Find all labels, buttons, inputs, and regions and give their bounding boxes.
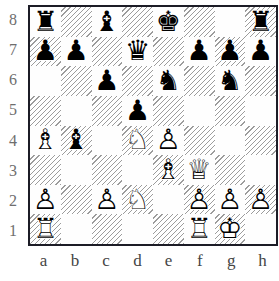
square-e1[interactable] <box>153 214 184 244</box>
white-piece-outline-layer: ♔ <box>217 215 242 243</box>
piece-white-pawn[interactable]: ♟♙ <box>156 126 181 154</box>
white-piece-outline-layer: ♕ <box>187 156 212 184</box>
square-g8[interactable] <box>215 7 246 37</box>
square-d3[interactable] <box>122 155 153 185</box>
square-f1[interactable]: ♜♖ <box>184 214 215 244</box>
piece-white-queen[interactable]: ♛♕ <box>187 156 212 184</box>
square-g6[interactable]: ♞ <box>215 66 246 96</box>
square-c2[interactable]: ♟♙ <box>92 185 123 215</box>
square-c7[interactable] <box>92 37 123 67</box>
square-d1[interactable] <box>122 214 153 244</box>
square-b2[interactable] <box>61 185 92 215</box>
piece-black-queen[interactable]: ♛ <box>125 37 150 65</box>
white-piece-outline-layer: ♖ <box>187 215 212 243</box>
piece-white-pawn[interactable]: ♟♙ <box>187 186 212 214</box>
chess-board: ♜♝♚♜♟♟♛♟♟♟♟♞♞♟♝♗♝♞♘♟♙♝♗♛♕♟♙♟♙♞♘♟♙♟♙♟♙♜♖♜… <box>28 5 278 246</box>
piece-white-pawn[interactable]: ♟♙ <box>33 186 58 214</box>
square-a8[interactable]: ♜ <box>30 7 61 37</box>
square-e8[interactable]: ♚ <box>153 7 184 37</box>
white-piece-outline-layer: ♘ <box>125 186 150 214</box>
piece-white-rook[interactable]: ♜♖ <box>187 215 212 243</box>
square-c8[interactable]: ♝ <box>92 7 123 37</box>
square-d2[interactable]: ♞♘ <box>122 185 153 215</box>
piece-white-pawn[interactable]: ♟♙ <box>217 186 242 214</box>
square-c3[interactable] <box>92 155 123 185</box>
piece-black-pawn[interactable]: ♟ <box>33 37 58 65</box>
piece-white-pawn[interactable]: ♟♙ <box>248 186 273 214</box>
file-label-f: f <box>184 247 215 275</box>
square-a1[interactable]: ♜♖ <box>30 214 61 244</box>
square-h1[interactable] <box>245 214 276 244</box>
file-label-b: b <box>59 247 90 275</box>
square-h5[interactable] <box>245 96 276 126</box>
square-g2[interactable]: ♟♙ <box>215 185 246 215</box>
rank-label-6: 6 <box>0 65 26 95</box>
white-piece-outline-layer: ♙ <box>156 126 181 154</box>
piece-white-knight[interactable]: ♞♘ <box>125 186 150 214</box>
piece-black-pawn[interactable]: ♟ <box>94 67 119 95</box>
square-d5[interactable]: ♟ <box>122 96 153 126</box>
white-piece-outline-layer: ♙ <box>248 186 273 214</box>
white-piece-outline-layer: ♗ <box>156 156 181 184</box>
piece-black-pawn[interactable]: ♟ <box>125 97 150 125</box>
piece-black-rook[interactable]: ♜ <box>33 8 58 36</box>
square-f3[interactable]: ♛♕ <box>184 155 215 185</box>
square-h3[interactable] <box>245 155 276 185</box>
square-e4[interactable]: ♟♙ <box>153 126 184 156</box>
square-b7[interactable]: ♟ <box>61 37 92 67</box>
square-h7[interactable]: ♟ <box>245 37 276 67</box>
square-f8[interactable] <box>184 7 215 37</box>
rank-label-4: 4 <box>0 126 26 156</box>
square-c4[interactable] <box>92 126 123 156</box>
piece-white-rook[interactable]: ♜♖ <box>33 215 58 243</box>
piece-black-bishop[interactable]: ♝ <box>94 8 119 36</box>
square-h2[interactable]: ♟♙ <box>245 185 276 215</box>
white-piece-outline-layer: ♙ <box>94 186 119 214</box>
square-a7[interactable]: ♟ <box>30 37 61 67</box>
piece-black-bishop[interactable]: ♝ <box>64 126 89 154</box>
square-f6[interactable] <box>184 66 215 96</box>
square-d6[interactable] <box>122 66 153 96</box>
file-label-d: d <box>122 247 153 275</box>
square-h8[interactable]: ♜ <box>245 7 276 37</box>
file-label-a: a <box>28 247 59 275</box>
rank-label-5: 5 <box>0 95 26 125</box>
square-h4[interactable] <box>245 126 276 156</box>
piece-white-knight[interactable]: ♞♘ <box>125 126 150 154</box>
square-b1[interactable] <box>61 214 92 244</box>
rank-label-2: 2 <box>0 186 26 216</box>
piece-black-pawn[interactable]: ♟ <box>187 37 212 65</box>
piece-white-bishop[interactable]: ♝♗ <box>33 126 58 154</box>
square-e7[interactable] <box>153 37 184 67</box>
square-c5[interactable] <box>92 96 123 126</box>
chess-diagram: 87654321 ♜♝♚♜♟♟♛♟♟♟♟♞♞♟♝♗♝♞♘♟♙♝♗♛♕♟♙♟♙♞♘… <box>0 0 279 281</box>
square-a4[interactable]: ♝♗ <box>30 126 61 156</box>
white-piece-outline-layer: ♘ <box>125 126 150 154</box>
file-label-g: g <box>216 247 247 275</box>
square-e2[interactable] <box>153 185 184 215</box>
square-f7[interactable]: ♟ <box>184 37 215 67</box>
rank-label-8: 8 <box>0 5 26 35</box>
square-e6[interactable]: ♞ <box>153 66 184 96</box>
piece-black-knight[interactable]: ♞ <box>217 67 242 95</box>
rank-labels: 87654321 <box>0 5 26 246</box>
square-g1[interactable]: ♚♔ <box>215 214 246 244</box>
white-piece-outline-layer: ♙ <box>33 186 58 214</box>
piece-black-pawn[interactable]: ♟ <box>248 37 273 65</box>
rank-label-3: 3 <box>0 156 26 186</box>
square-e3[interactable]: ♝♗ <box>153 155 184 185</box>
white-piece-outline-layer: ♖ <box>33 215 58 243</box>
square-c6[interactable]: ♟ <box>92 66 123 96</box>
square-a6[interactable] <box>30 66 61 96</box>
piece-black-king[interactable]: ♚ <box>156 8 181 36</box>
file-label-c: c <box>91 247 122 275</box>
file-labels: abcdefgh <box>28 247 278 275</box>
square-e5[interactable] <box>153 96 184 126</box>
square-b8[interactable] <box>61 7 92 37</box>
square-d7[interactable]: ♛ <box>122 37 153 67</box>
square-b4[interactable]: ♝ <box>61 126 92 156</box>
square-c1[interactable] <box>92 214 123 244</box>
square-g7[interactable]: ♟ <box>215 37 246 67</box>
square-a3[interactable] <box>30 155 61 185</box>
rank-label-7: 7 <box>0 35 26 65</box>
white-piece-outline-layer: ♙ <box>217 186 242 214</box>
piece-black-knight[interactable]: ♞ <box>156 67 181 95</box>
rank-label-1: 1 <box>0 216 26 246</box>
square-b3[interactable] <box>61 155 92 185</box>
square-d8[interactable] <box>122 7 153 37</box>
piece-black-rook[interactable]: ♜ <box>248 8 273 36</box>
square-b5[interactable] <box>61 96 92 126</box>
square-f4[interactable] <box>184 126 215 156</box>
square-d4[interactable]: ♞♘ <box>122 126 153 156</box>
white-piece-outline-layer: ♙ <box>187 186 212 214</box>
square-b6[interactable] <box>61 66 92 96</box>
white-piece-outline-layer: ♗ <box>33 126 58 154</box>
piece-white-bishop[interactable]: ♝♗ <box>156 156 181 184</box>
piece-white-king[interactable]: ♚♔ <box>217 215 242 243</box>
piece-black-pawn[interactable]: ♟ <box>64 37 89 65</box>
square-f5[interactable] <box>184 96 215 126</box>
file-label-e: e <box>153 247 184 275</box>
piece-black-pawn[interactable]: ♟ <box>217 37 242 65</box>
square-g4[interactable] <box>215 126 246 156</box>
square-g5[interactable] <box>215 96 246 126</box>
piece-white-pawn[interactable]: ♟♙ <box>94 186 119 214</box>
square-a5[interactable] <box>30 96 61 126</box>
square-g3[interactable] <box>215 155 246 185</box>
square-f2[interactable]: ♟♙ <box>184 185 215 215</box>
square-h6[interactable] <box>245 66 276 96</box>
file-label-h: h <box>247 247 278 275</box>
square-a2[interactable]: ♟♙ <box>30 185 61 215</box>
